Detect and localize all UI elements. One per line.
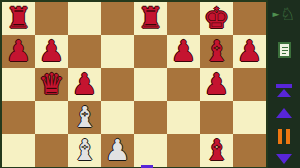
square-f7[interactable]: ♟: [167, 35, 200, 68]
red-pawn: ♟: [35, 35, 68, 68]
red-pawn: ♟: [68, 68, 101, 101]
red-bishop: ♝: [200, 35, 233, 68]
square-e8[interactable]: ♜: [134, 2, 167, 35]
square-f8[interactable]: [167, 2, 200, 35]
cursor-fragment: [141, 165, 153, 168]
white-bishop: ♝: [68, 134, 101, 167]
up-triangle-icon: [277, 89, 291, 97]
top-bar-icon: [276, 84, 292, 88]
square-h5[interactable]: [233, 101, 266, 134]
square-c4[interactable]: ♝: [68, 134, 101, 167]
square-d7[interactable]: [101, 35, 134, 68]
square-a5[interactable]: [2, 101, 35, 134]
up-triangle-icon: [276, 108, 292, 118]
red-rook: ♜: [2, 2, 35, 35]
hint-move-button[interactable]: ► ♘: [268, 4, 300, 24]
red-pawn: ♟: [200, 68, 233, 101]
step-back-button[interactable]: [268, 106, 300, 120]
red-pawn: ♟: [2, 35, 35, 68]
square-d8[interactable]: [101, 2, 134, 35]
square-e4[interactable]: [134, 134, 167, 167]
square-e6[interactable]: [134, 68, 167, 101]
step-forward-button[interactable]: [268, 152, 300, 166]
square-h7[interactable]: ♟: [233, 35, 266, 68]
square-h8[interactable]: [233, 2, 266, 35]
square-g8[interactable]: ♚: [200, 2, 233, 35]
square-a7[interactable]: ♟: [2, 35, 35, 68]
square-a4[interactable]: [2, 134, 35, 167]
square-g4[interactable]: ♝: [200, 134, 233, 167]
square-f6[interactable]: [167, 68, 200, 101]
square-g6[interactable]: ♟: [200, 68, 233, 101]
square-d6[interactable]: [101, 68, 134, 101]
square-b5[interactable]: [35, 101, 68, 134]
square-f4[interactable]: [167, 134, 200, 167]
red-king: ♚: [200, 2, 233, 35]
red-pawn: ♟: [167, 35, 200, 68]
red-rook: ♜: [134, 2, 167, 35]
square-b6[interactable]: ♛: [35, 68, 68, 101]
square-a6[interactable]: [2, 68, 35, 101]
go-to-start-button[interactable]: [268, 82, 300, 98]
square-e7[interactable]: [134, 35, 167, 68]
square-g7[interactable]: ♝: [200, 35, 233, 68]
square-c6[interactable]: ♟: [68, 68, 101, 101]
notation-button[interactable]: [268, 41, 300, 59]
white-bishop: ♝: [68, 101, 101, 134]
red-pawn: ♟: [233, 35, 266, 68]
square-g5[interactable]: [200, 101, 233, 134]
down-triangle-icon: [276, 154, 292, 164]
document-icon: [278, 42, 291, 58]
red-queen: ♛: [35, 68, 68, 101]
right-arrow-icon: ►: [272, 10, 279, 19]
square-c7[interactable]: [68, 35, 101, 68]
chess-board: ♜♜♚♟♟♟♝♟♛♟♟♝♝♟♝: [2, 2, 266, 168]
app-window: ♜♜♚♟♟♟♝♟♛♟♟♝♝♟♝ ► ♘: [0, 0, 300, 168]
square-h4[interactable]: [233, 134, 266, 167]
square-a8[interactable]: ♜: [2, 2, 35, 35]
toolbar-sidebar: ► ♘: [268, 0, 300, 168]
white-pawn: ♟: [101, 134, 134, 167]
square-c8[interactable]: [68, 2, 101, 35]
square-b7[interactable]: ♟: [35, 35, 68, 68]
pause-bar-icon: [278, 129, 282, 144]
red-bishop: ♝: [200, 134, 233, 167]
square-h6[interactable]: [233, 68, 266, 101]
square-b4[interactable]: [35, 134, 68, 167]
pause-bar-icon: [286, 129, 290, 144]
square-d4[interactable]: ♟: [101, 134, 134, 167]
knight-icon: ♘: [280, 5, 295, 23]
square-c5[interactable]: ♝: [68, 101, 101, 134]
square-f5[interactable]: [167, 101, 200, 134]
pause-button[interactable]: [268, 128, 300, 144]
square-b8[interactable]: [35, 2, 68, 35]
square-e5[interactable]: [134, 101, 167, 134]
square-d5[interactable]: [101, 101, 134, 134]
